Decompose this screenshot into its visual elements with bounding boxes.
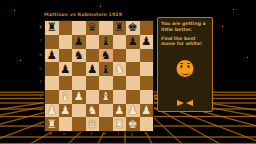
rank-label: 8 [38, 20, 43, 34]
white-knight: ♞ [87, 104, 97, 117]
black-pawn: ♟ [128, 35, 138, 48]
square-h7[interactable]: ♟ [140, 35, 154, 49]
square-g1[interactable]: ♚ [126, 117, 140, 131]
black-bishop: ♝ [101, 35, 111, 48]
rank-label: 5 [38, 61, 43, 75]
bot-eye-left [181, 65, 183, 68]
bot-message-2: Find the best move for white! [161, 36, 209, 48]
bot-face-icon [177, 60, 194, 77]
square-a4[interactable] [45, 76, 59, 90]
game-screen: Mattison vs Rubinstein 1929 87654321 abc… [0, 0, 256, 144]
square-c7[interactable]: ♟ [72, 35, 86, 49]
square-f3[interactable] [113, 90, 127, 104]
bowtie-left-triangle [177, 100, 184, 106]
square-h5[interactable] [140, 62, 154, 76]
white-pawn: ♟ [114, 104, 124, 117]
square-d2[interactable]: ♞ [86, 104, 100, 118]
square-h2[interactable]: ♟ [140, 104, 154, 118]
square-a3[interactable] [45, 90, 59, 104]
black-rook: ♜ [114, 21, 124, 34]
square-g8[interactable]: ♚ [126, 21, 140, 35]
square-b7[interactable] [59, 35, 73, 49]
square-e5[interactable]: ♝ [99, 62, 113, 76]
square-e2[interactable] [99, 104, 113, 118]
square-f4[interactable] [113, 76, 127, 90]
square-a5[interactable] [45, 62, 59, 76]
square-a7[interactable] [45, 35, 59, 49]
square-h8[interactable] [140, 21, 154, 35]
square-f1[interactable]: ♜ [113, 117, 127, 131]
black-pawn: ♟ [141, 35, 151, 48]
square-b1[interactable] [59, 117, 73, 131]
square-f6[interactable] [113, 49, 127, 63]
square-b8[interactable] [59, 21, 73, 35]
square-g2[interactable]: ♟ [126, 104, 140, 118]
white-knight: ♞ [114, 63, 124, 76]
square-c2[interactable] [72, 104, 86, 118]
rank-label: 3 [38, 89, 43, 103]
square-h6[interactable] [140, 49, 154, 63]
square-d3[interactable] [86, 90, 100, 104]
black-bishop: ♝ [101, 63, 111, 76]
square-h3[interactable] [140, 90, 154, 104]
game-title: Mattison vs Rubinstein 1929 [44, 12, 152, 17]
black-pawn: ♟ [60, 63, 70, 76]
square-c6[interactable]: ♞ [72, 49, 86, 63]
square-a1[interactable]: ♜ [45, 117, 59, 131]
white-pawn: ♟ [60, 104, 70, 117]
square-g6[interactable] [126, 49, 140, 63]
square-f7[interactable] [113, 35, 127, 49]
square-e4[interactable] [99, 76, 113, 90]
square-g4[interactable] [126, 76, 140, 90]
square-b2[interactable]: ♟ [59, 104, 73, 118]
square-a6[interactable]: ♟ [45, 49, 59, 63]
square-d4[interactable] [86, 76, 100, 90]
bot-smile [181, 69, 190, 75]
square-f8[interactable]: ♜ [113, 21, 127, 35]
square-b6[interactable] [59, 49, 73, 63]
black-pawn: ♟ [74, 35, 84, 48]
square-c3[interactable]: ♟ [72, 90, 86, 104]
chess-board: ♜♛♜♚♟♝♟♟♟♞♞♟♟♝♞♝♟♝♟♟♞♟♟♟♜♛♜♚ [44, 20, 154, 132]
bowtie-icon[interactable] [177, 100, 193, 107]
black-king: ♚ [128, 21, 138, 34]
square-e6[interactable]: ♞ [99, 49, 113, 63]
square-c1[interactable] [72, 117, 86, 131]
rank-label: 1 [38, 116, 43, 130]
square-c4[interactable] [72, 76, 86, 90]
square-c8[interactable] [72, 21, 86, 35]
white-pawn: ♟ [47, 104, 57, 117]
white-rook: ♜ [47, 118, 57, 131]
white-pawn: ♟ [128, 104, 138, 117]
white-king: ♚ [128, 118, 138, 131]
square-h1[interactable] [140, 117, 154, 131]
square-f5[interactable]: ♞ [113, 62, 127, 76]
rank-label: 4 [38, 75, 43, 89]
rank-label: 7 [38, 34, 43, 48]
black-knight: ♞ [74, 49, 84, 62]
square-e1[interactable] [99, 117, 113, 131]
square-b4[interactable] [59, 76, 73, 90]
bowtie-right-triangle [186, 100, 193, 106]
square-b5[interactable]: ♟ [59, 62, 73, 76]
square-d7[interactable] [86, 35, 100, 49]
square-e7[interactable]: ♝ [99, 35, 113, 49]
square-f2[interactable]: ♟ [113, 104, 127, 118]
square-a8[interactable]: ♜ [45, 21, 59, 35]
square-d1[interactable]: ♛ [86, 117, 100, 131]
square-h4[interactable] [140, 76, 154, 90]
white-rook: ♜ [114, 118, 124, 131]
square-g7[interactable]: ♟ [126, 35, 140, 49]
square-g5[interactable] [126, 62, 140, 76]
rank-labels: 87654321 [38, 20, 43, 130]
white-bishop: ♝ [101, 90, 111, 103]
square-a2[interactable]: ♟ [45, 104, 59, 118]
square-g3[interactable] [126, 90, 140, 104]
black-queen: ♛ [87, 21, 97, 34]
square-d5[interactable]: ♟ [86, 62, 100, 76]
square-c5[interactable] [72, 62, 86, 76]
square-b3[interactable]: ♝ [59, 90, 73, 104]
bot-panel: You are getting a little better. Find th… [157, 17, 213, 112]
square-d6[interactable] [86, 49, 100, 63]
square-e8[interactable] [99, 21, 113, 35]
black-knight: ♞ [101, 49, 111, 62]
black-pawn: ♟ [87, 63, 97, 76]
black-pawn: ♟ [47, 49, 57, 62]
black-rook: ♜ [47, 21, 57, 34]
bot-message-1: You are getting a little better. [161, 21, 209, 33]
square-d8[interactable]: ♛ [86, 21, 100, 35]
white-pawn: ♟ [141, 104, 151, 117]
rank-label: 2 [38, 103, 43, 117]
bot-eye-right [187, 65, 189, 68]
white-queen: ♛ [87, 118, 97, 131]
white-pawn: ♟ [74, 90, 84, 103]
white-bishop: ♝ [60, 90, 70, 103]
square-e3[interactable]: ♝ [99, 90, 113, 104]
rank-label: 6 [38, 48, 43, 62]
